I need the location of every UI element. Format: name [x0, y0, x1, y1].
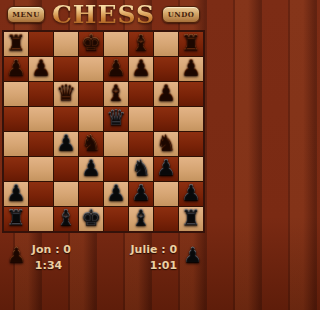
square-e6[interactable]: ♝	[104, 82, 128, 106]
piece-light-knight: ♞	[131, 157, 151, 179]
square-c3[interactable]	[54, 157, 78, 181]
square-a8[interactable]: ♜	[4, 32, 28, 56]
piece-light-pawn: ♟	[6, 182, 26, 204]
piece-dark-pawn: ♟	[106, 57, 126, 79]
square-d2[interactable]	[79, 182, 103, 206]
square-h8[interactable]: ♜	[179, 32, 203, 56]
piece-light-bishop: ♝	[56, 207, 76, 229]
square-h1[interactable]: ♜	[179, 207, 203, 231]
square-a1[interactable]: ♜	[4, 207, 28, 231]
player-panel-julie: ♟ Julie : 0 1:01	[125, 241, 202, 272]
square-d3[interactable]: ♟	[79, 157, 103, 181]
square-a7[interactable]: ♟	[4, 57, 28, 81]
square-a2[interactable]: ♟	[4, 182, 28, 206]
square-d1[interactable]: ♚	[79, 207, 103, 231]
player-panel-jon: ♟ Jon : 0 1:34	[7, 241, 77, 272]
dark-pawn-icon: ♟	[7, 245, 26, 266]
square-h5[interactable]	[179, 107, 203, 131]
piece-dark-pawn: ♟	[156, 82, 176, 104]
square-f4[interactable]	[129, 132, 153, 156]
piece-dark-king: ♚	[81, 32, 101, 54]
piece-dark-bishop: ♝	[131, 32, 151, 54]
piece-light-pawn: ♟	[131, 182, 151, 204]
square-g3[interactable]: ♟	[154, 157, 178, 181]
square-e2[interactable]: ♟	[104, 182, 128, 206]
piece-dark-bishop: ♝	[106, 82, 126, 104]
square-a3[interactable]	[4, 157, 28, 181]
square-a5[interactable]	[4, 107, 28, 131]
square-g1[interactable]	[154, 207, 178, 231]
square-f1[interactable]: ♝	[129, 207, 153, 231]
piece-dark-pawn: ♟	[6, 57, 26, 79]
square-h3[interactable]	[179, 157, 203, 181]
square-g8[interactable]	[154, 32, 178, 56]
square-f5[interactable]	[129, 107, 153, 131]
square-f7[interactable]: ♟	[129, 57, 153, 81]
square-d6[interactable]	[79, 82, 103, 106]
piece-dark-rook: ♜	[6, 32, 26, 54]
square-h4[interactable]	[179, 132, 203, 156]
square-g4[interactable]: ♞	[154, 132, 178, 156]
piece-light-rook: ♜	[6, 207, 26, 229]
piece-dark-queen: ♛	[56, 82, 76, 104]
square-c7[interactable]	[54, 57, 78, 81]
square-b7[interactable]: ♟	[29, 57, 53, 81]
square-b1[interactable]	[29, 207, 53, 231]
player-name-score-right: Julie : 0	[131, 243, 178, 256]
square-f8[interactable]: ♝	[129, 32, 153, 56]
square-h6[interactable]	[179, 82, 203, 106]
square-e7[interactable]: ♟	[104, 57, 128, 81]
square-f2[interactable]: ♟	[129, 182, 153, 206]
square-e4[interactable]	[104, 132, 128, 156]
piece-light-rook: ♜	[181, 207, 201, 229]
square-c1[interactable]: ♝	[54, 207, 78, 231]
square-a4[interactable]	[4, 132, 28, 156]
square-e3[interactable]	[104, 157, 128, 181]
square-f3[interactable]: ♞	[129, 157, 153, 181]
light-pawn-icon: ♟	[183, 245, 202, 266]
square-b8[interactable]	[29, 32, 53, 56]
square-d8[interactable]: ♚	[79, 32, 103, 56]
top-bar: MENU CHESS UNDO	[0, 0, 207, 30]
square-c8[interactable]	[54, 32, 78, 56]
piece-dark-knight: ♞	[81, 132, 101, 154]
piece-dark-rook: ♜	[181, 32, 201, 54]
square-b5[interactable]	[29, 107, 53, 131]
square-e8[interactable]	[104, 32, 128, 56]
square-c4[interactable]: ♟	[54, 132, 78, 156]
piece-dark-knight: ♞	[156, 132, 176, 154]
piece-light-king: ♚	[81, 207, 101, 229]
square-d4[interactable]: ♞	[79, 132, 103, 156]
square-b3[interactable]	[29, 157, 53, 181]
undo-button[interactable]: UNDO	[162, 6, 200, 23]
player-clock-left: 1:34	[32, 259, 71, 272]
square-e5[interactable]: ♛	[104, 107, 128, 131]
piece-dark-pawn: ♟	[31, 57, 51, 79]
chess-board: ♜♚♝♜♟♟♟♟♟♛♝♟♛♟♞♞♟♞♟♟♟♟♟♜♝♚♝♜	[2, 30, 205, 233]
status-bar: ♟ Jon : 0 1:34 ♟ Julie : 0 1:01	[0, 233, 207, 310]
piece-light-pawn: ♟	[156, 157, 176, 179]
square-c5[interactable]	[54, 107, 78, 131]
square-c6[interactable]: ♛	[54, 82, 78, 106]
square-g6[interactable]: ♟	[154, 82, 178, 106]
piece-dark-pawn: ♟	[131, 57, 151, 79]
piece-light-pawn: ♟	[106, 182, 126, 204]
square-b4[interactable]	[29, 132, 53, 156]
piece-light-pawn: ♟	[181, 182, 201, 204]
square-b2[interactable]	[29, 182, 53, 206]
piece-light-bishop: ♝	[131, 207, 151, 229]
square-h7[interactable]: ♟	[179, 57, 203, 81]
piece-light-queen: ♛	[106, 107, 126, 129]
square-h2[interactable]: ♟	[179, 182, 203, 206]
player-clock-right: 1:01	[131, 259, 178, 272]
square-c2[interactable]	[54, 182, 78, 206]
square-b6[interactable]	[29, 82, 53, 106]
player-name-score-left: Jon : 0	[32, 243, 71, 256]
square-g7[interactable]	[154, 57, 178, 81]
square-e1[interactable]	[104, 207, 128, 231]
square-g5[interactable]	[154, 107, 178, 131]
square-d5[interactable]	[79, 107, 103, 131]
piece-dark-pawn: ♟	[181, 57, 201, 79]
piece-light-pawn: ♟	[81, 157, 101, 179]
square-a6[interactable]	[4, 82, 28, 106]
square-f6[interactable]	[129, 82, 153, 106]
square-g2[interactable]	[154, 182, 178, 206]
square-d7[interactable]	[79, 57, 103, 81]
piece-light-pawn: ♟	[56, 132, 76, 154]
